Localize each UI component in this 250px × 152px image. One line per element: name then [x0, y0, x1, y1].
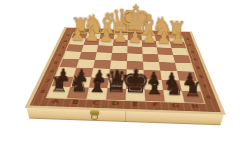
- coordinate-label: F: [145, 101, 166, 110]
- brass-clasp-icon: [89, 110, 99, 121]
- coordinate-label: E: [125, 100, 145, 109]
- square-f8[interactable]: [145, 89, 165, 101]
- board-perspective-wrap: ABCDEFGH ABCDEFGH 12345678 12345678 ♜♞♝♛…: [24, 0, 231, 152]
- square-f7[interactable]: [144, 79, 163, 90]
- chess-set-photo: ABCDEFGH ABCDEFGH 12345678 12345678 ♜♞♝♛…: [0, 0, 250, 152]
- coordinate-label: G: [165, 102, 187, 111]
- coordinate-label: B: [64, 98, 86, 107]
- square-e7[interactable]: [126, 79, 145, 90]
- square-e8[interactable]: [126, 89, 146, 101]
- coordinate-label: C: [85, 99, 107, 108]
- coordinate-label: H: [184, 102, 206, 111]
- square-c7[interactable]: [89, 77, 109, 88]
- square-d7[interactable]: [107, 78, 126, 89]
- square-c8[interactable]: [86, 88, 107, 100]
- board-squares-grid: [47, 32, 204, 103]
- square-h8[interactable]: [182, 91, 204, 103]
- square-b7[interactable]: [70, 77, 91, 88]
- square-h7[interactable]: [179, 80, 200, 91]
- square-d8[interactable]: [106, 88, 126, 100]
- chess-board: ABCDEFGH ABCDEFGH 12345678 12345678: [25, 27, 226, 115]
- coordinate-label: D: [105, 100, 126, 109]
- clasp-ring: [90, 114, 97, 120]
